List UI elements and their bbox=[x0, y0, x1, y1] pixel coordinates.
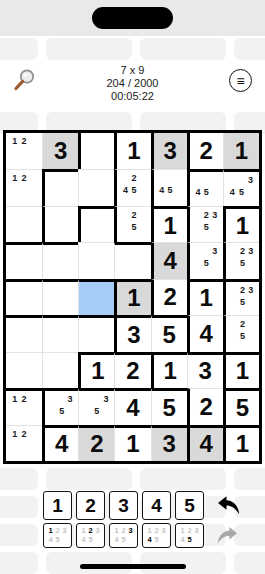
digit-button-row: 12345 bbox=[43, 491, 242, 520]
entered-digit: 1 bbox=[115, 428, 150, 461]
pencil-marks: 35 bbox=[83, 393, 110, 417]
cell-r1c4[interactable]: 1 bbox=[114, 133, 150, 169]
pencil-mark-3: 3 bbox=[66, 393, 74, 405]
entered-digit: 5 bbox=[152, 318, 187, 351]
header: 7 x 9 204 / 2000 00:05:22 ≡ bbox=[0, 62, 265, 116]
cell-r7c3[interactable]: 1 bbox=[78, 352, 114, 388]
cell-r9c6[interactable]: 4 bbox=[187, 425, 223, 461]
pencil-mark-5: 5 bbox=[202, 186, 210, 198]
pencil-button-digit-4: 4 bbox=[179, 535, 186, 544]
cell-r5c3[interactable] bbox=[78, 279, 114, 315]
background-tile bbox=[0, 552, 38, 574]
pencil-mark-5: 5 bbox=[92, 405, 101, 417]
cell-r5c4[interactable]: 1 bbox=[114, 279, 150, 315]
cell-r5c6[interactable]: 1 bbox=[187, 279, 223, 315]
entered-digit: 1 bbox=[226, 355, 259, 388]
entered-digit: 4 bbox=[115, 391, 150, 424]
background-tile bbox=[140, 468, 226, 490]
entered-digit: 4 bbox=[45, 428, 78, 461]
cell-r9c7[interactable]: 1 bbox=[223, 425, 259, 461]
cell-r3c7[interactable]: 1 bbox=[223, 206, 259, 242]
pencil-mark-2: 2 bbox=[130, 172, 138, 184]
background-tile bbox=[46, 552, 132, 574]
cell-r6c1[interactable] bbox=[6, 315, 42, 351]
pencil-mark-3: 3 bbox=[210, 209, 218, 221]
entered-digit: 3 bbox=[188, 355, 223, 388]
pencil-marks: 35 bbox=[194, 245, 219, 269]
cell-r7c7[interactable]: 1 bbox=[223, 352, 259, 388]
pencil-mark-5: 5 bbox=[202, 257, 210, 269]
background-tile bbox=[234, 552, 265, 574]
digit-button-5[interactable]: 5 bbox=[175, 491, 204, 520]
cell-r8c4[interactable]: 4 bbox=[114, 388, 150, 424]
pencil-button-row: 1234512345123451234512345 bbox=[43, 523, 240, 548]
cell-r3c1[interactable] bbox=[6, 206, 42, 242]
pencil-marks: 345 bbox=[228, 174, 255, 198]
pencil-marks: 35 bbox=[49, 393, 74, 417]
cell-r4c6[interactable]: 35 bbox=[187, 242, 223, 278]
pencil-button-digit-2: 2 bbox=[87, 526, 94, 535]
pencil-marks: 25 bbox=[121, 209, 146, 233]
cell-r7c6[interactable]: 3 bbox=[187, 352, 223, 388]
pencil-button-digit-1: 1 bbox=[47, 526, 54, 535]
pencil-mark-3: 3 bbox=[210, 245, 218, 257]
pencil-button-digit-3: 3 bbox=[193, 526, 200, 535]
cell-r8c2[interactable]: 35 bbox=[42, 388, 78, 424]
cell-r4c2[interactable] bbox=[42, 242, 78, 278]
background-tile bbox=[0, 496, 38, 518]
cell-r1c1[interactable]: 12 bbox=[6, 133, 42, 169]
cell-r8c6[interactable]: 2 bbox=[187, 388, 223, 424]
cell-r8c7[interactable]: 5 bbox=[223, 388, 259, 424]
cell-r2c7[interactable]: 345 bbox=[223, 169, 259, 205]
pencil-button-digit-5: 5 bbox=[186, 535, 193, 544]
given-digit: 4 bbox=[190, 428, 223, 461]
header-info: 7 x 9 204 / 2000 00:05:22 bbox=[0, 64, 265, 103]
pencil-mark-2: 2 bbox=[238, 318, 246, 330]
digit-button-4[interactable]: 4 bbox=[142, 491, 171, 520]
pencil-mark-2: 2 bbox=[238, 245, 246, 257]
cell-r8c1[interactable]: 12 bbox=[6, 388, 42, 424]
home-indicator bbox=[80, 564, 186, 569]
pencil-mark-3: 3 bbox=[101, 393, 110, 405]
pencil-button-digit-3: 3 bbox=[61, 526, 68, 535]
cell-r6c3[interactable] bbox=[78, 315, 114, 351]
entered-digit: 1 bbox=[226, 209, 259, 242]
pencil-marks: 12 bbox=[10, 172, 38, 184]
entered-digit: 5 bbox=[152, 391, 187, 424]
menu-icon[interactable]: ≡ bbox=[229, 69, 252, 92]
background-tile bbox=[46, 38, 132, 60]
background-tile bbox=[0, 38, 38, 60]
cell-r5c2[interactable] bbox=[42, 279, 78, 315]
background-tile bbox=[46, 468, 132, 490]
cell-r4c3[interactable] bbox=[78, 242, 114, 278]
pencil-button-digit-2: 2 bbox=[186, 526, 193, 535]
cell-r9c1[interactable]: 12 bbox=[6, 425, 42, 461]
given-digit: 3 bbox=[43, 133, 78, 169]
cell-r6c2[interactable] bbox=[42, 315, 78, 351]
pencil-mark-2: 2 bbox=[19, 135, 28, 147]
pencil-mark-2: 2 bbox=[130, 209, 138, 221]
cell-r9c2[interactable]: 4 bbox=[42, 425, 78, 461]
pencil-mark-5: 5 bbox=[58, 405, 66, 417]
cell-r9c5[interactable]: 3 bbox=[151, 425, 187, 461]
cell-r1c6[interactable]: 2 bbox=[187, 133, 223, 169]
pencil-button-digit-4: 4 bbox=[47, 535, 54, 544]
pencil-mark-5: 5 bbox=[238, 257, 246, 269]
cell-r4c1[interactable] bbox=[6, 242, 42, 278]
pencil-button-digit-5: 5 bbox=[153, 535, 160, 544]
pencil-mark-2: 2 bbox=[238, 284, 246, 296]
entered-digit: 5 bbox=[226, 391, 259, 424]
cell-r8c5[interactable]: 5 bbox=[151, 388, 187, 424]
pencil-mark-2: 2 bbox=[19, 393, 28, 405]
status-bar bbox=[0, 0, 265, 36]
background-tile bbox=[0, 524, 38, 546]
pencil-marks: 235 bbox=[230, 284, 255, 308]
entered-digit: 2 bbox=[115, 355, 150, 388]
cell-r7c5[interactable]: 1 bbox=[151, 352, 187, 388]
entered-digit: 2 bbox=[190, 389, 223, 424]
cell-r2c4[interactable]: 245 bbox=[114, 169, 150, 205]
pencil-button-digit-2: 2 bbox=[153, 526, 160, 535]
cell-r3c2[interactable] bbox=[42, 206, 78, 242]
given-digit: 3 bbox=[154, 133, 187, 169]
pencil-mark-2: 2 bbox=[19, 172, 28, 184]
cell-r3c6[interactable]: 235 bbox=[187, 206, 223, 242]
pencil-marks: 235 bbox=[230, 245, 255, 269]
cell-r1c7[interactable]: 1 bbox=[223, 133, 259, 169]
cell-r5c7[interactable]: 235 bbox=[223, 279, 259, 315]
given-digit: 1 bbox=[117, 282, 150, 315]
cell-r3c3[interactable] bbox=[78, 206, 114, 242]
cell-r6c7[interactable]: 25 bbox=[223, 315, 259, 351]
cell-r4c7[interactable]: 235 bbox=[223, 242, 259, 278]
cell-r8c3[interactable]: 35 bbox=[78, 388, 114, 424]
pencil-mark-4: 4 bbox=[194, 186, 202, 198]
pencil-mark-2: 2 bbox=[19, 428, 28, 440]
background-tile bbox=[234, 468, 265, 490]
cell-r6c5[interactable]: 5 bbox=[151, 315, 187, 351]
pencil-mark-3: 3 bbox=[247, 284, 255, 296]
cell-r7c4[interactable]: 2 bbox=[114, 352, 150, 388]
pencil-button-digit-1: 1 bbox=[146, 526, 153, 535]
pencil-mark-1: 1 bbox=[10, 428, 19, 440]
pencil-marks: 45 bbox=[194, 174, 219, 198]
entered-digit: 1 bbox=[117, 133, 150, 169]
cell-r7c1[interactable] bbox=[6, 352, 42, 388]
cell-r7c2[interactable] bbox=[42, 352, 78, 388]
entered-digit: 1 bbox=[226, 428, 259, 461]
pencil-button-5[interactable]: 12345 bbox=[175, 523, 204, 548]
background-tile bbox=[0, 468, 38, 490]
cell-r2c1[interactable]: 12 bbox=[6, 169, 42, 205]
pencil-mark-5: 5 bbox=[238, 330, 246, 342]
cell-r2c6[interactable]: 45 bbox=[187, 169, 223, 205]
undo-button[interactable] bbox=[215, 495, 242, 517]
cell-r6c4[interactable]: 3 bbox=[114, 315, 150, 351]
pencil-button-digit-1: 1 bbox=[113, 526, 120, 535]
cell-r5c1[interactable] bbox=[6, 279, 42, 315]
pencil-mark-4: 4 bbox=[158, 184, 166, 196]
pencil-button-1[interactable]: 12345 bbox=[43, 523, 72, 548]
pencil-button-digit-1: 1 bbox=[179, 526, 186, 535]
pencil-button-digit-5: 5 bbox=[54, 535, 61, 544]
cell-r3c5[interactable]: 1 bbox=[151, 206, 187, 242]
background-tile bbox=[140, 552, 226, 574]
cell-r4c4[interactable] bbox=[114, 242, 150, 278]
pencil-mark-5: 5 bbox=[130, 221, 138, 233]
pencil-button-digit-3: 3 bbox=[127, 526, 134, 535]
cell-r6c6[interactable]: 4 bbox=[187, 315, 223, 351]
pencil-mark-4: 4 bbox=[228, 186, 237, 198]
pencil-marks: 45 bbox=[158, 172, 183, 196]
given-digit: 2 bbox=[79, 428, 114, 461]
pencil-mark-5: 5 bbox=[237, 186, 246, 198]
pencil-mark-4: 4 bbox=[121, 184, 129, 196]
digit-button-3[interactable]: 3 bbox=[109, 491, 138, 520]
pencil-button-3[interactable]: 12345 bbox=[109, 523, 138, 548]
pencil-mark-3: 3 bbox=[246, 174, 255, 186]
entered-digit: 4 bbox=[190, 316, 223, 351]
pencil-button-digit-3: 3 bbox=[160, 526, 167, 535]
entered-digit: 3 bbox=[117, 318, 150, 351]
digit-button-1[interactable]: 1 bbox=[43, 491, 72, 520]
pencil-marks: 12 bbox=[10, 135, 38, 147]
pencil-marks: 245 bbox=[121, 172, 146, 196]
entered-digit: 1 bbox=[154, 355, 187, 388]
pencil-button-digit-5: 5 bbox=[120, 535, 127, 544]
entered-digit: 1 bbox=[154, 209, 187, 242]
cell-r9c3[interactable]: 2 bbox=[78, 425, 114, 461]
cell-r1c2[interactable]: 3 bbox=[42, 133, 78, 169]
pencil-button-digit-4: 4 bbox=[113, 535, 120, 544]
given-digit: 3 bbox=[152, 428, 187, 461]
pencil-mark-3: 3 bbox=[247, 245, 255, 257]
pencil-button-digit-3: 3 bbox=[94, 526, 101, 535]
cell-r2c2[interactable] bbox=[42, 169, 78, 205]
pencil-button-digit-2: 2 bbox=[120, 526, 127, 535]
cell-r3c4[interactable]: 25 bbox=[114, 206, 150, 242]
cell-r2c5[interactable]: 45 bbox=[151, 169, 187, 205]
digit-button-2[interactable]: 2 bbox=[76, 491, 105, 520]
pencil-mark-2: 2 bbox=[202, 209, 210, 221]
pencil-button-digit-4: 4 bbox=[146, 535, 153, 544]
pencil-button-digit-5: 5 bbox=[87, 535, 94, 544]
pencil-mark-1: 1 bbox=[10, 135, 19, 147]
pencil-marks: 12 bbox=[10, 393, 38, 405]
cell-r5c5[interactable]: 2 bbox=[151, 279, 187, 315]
pencil-button-2[interactable]: 12345 bbox=[76, 523, 105, 548]
given-digit: 4 bbox=[154, 243, 187, 278]
cell-r1c3[interactable] bbox=[78, 133, 114, 169]
cell-r9c4[interactable]: 1 bbox=[114, 425, 150, 461]
cell-r1c5[interactable]: 3 bbox=[151, 133, 187, 169]
given-digit: 1 bbox=[224, 133, 259, 169]
cell-r2c3[interactable] bbox=[78, 169, 114, 205]
background-tile bbox=[140, 38, 226, 60]
pencil-marks: 25 bbox=[230, 318, 255, 342]
pencil-mark-5: 5 bbox=[166, 184, 174, 196]
entered-digit: 2 bbox=[154, 280, 187, 315]
background-tile bbox=[234, 38, 265, 60]
entered-digit: 1 bbox=[81, 355, 114, 388]
pencil-button-4[interactable]: 12345 bbox=[142, 523, 171, 548]
redo-button[interactable] bbox=[215, 526, 240, 546]
puzzle-board: 1231321122454545345251235143523512123535… bbox=[3, 130, 262, 464]
pencil-mark-1: 1 bbox=[10, 172, 19, 184]
pencil-button-digit-4: 4 bbox=[80, 535, 87, 544]
pencil-marks: 235 bbox=[194, 209, 219, 233]
pencil-mark-5: 5 bbox=[238, 296, 246, 308]
board-size-label: 7 x 9 bbox=[0, 64, 265, 77]
puzzle-progress: 204 / 2000 bbox=[0, 77, 265, 90]
pencil-mark-1: 1 bbox=[10, 393, 19, 405]
pencil-mark-5: 5 bbox=[202, 221, 210, 233]
entered-digit: 2 bbox=[190, 133, 223, 169]
dynamic-island bbox=[92, 7, 173, 29]
pencil-button-digit-1: 1 bbox=[80, 526, 87, 535]
pencil-marks: 12 bbox=[10, 428, 38, 440]
entered-digit: 1 bbox=[190, 282, 223, 315]
pencil-mark-5: 5 bbox=[130, 184, 138, 196]
cell-r4c5[interactable]: 4 bbox=[151, 242, 187, 278]
timer: 00:05:22 bbox=[0, 90, 265, 103]
pencil-button-digit-2: 2 bbox=[54, 526, 61, 535]
